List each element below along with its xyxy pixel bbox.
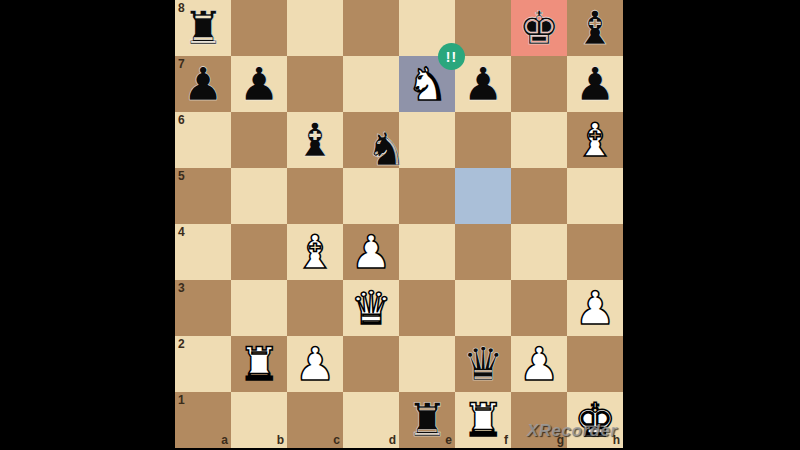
black-queen[interactable]: ♛ [455, 336, 511, 392]
file-label-c: c [333, 433, 340, 447]
square-b1[interactable]: b [231, 392, 287, 448]
black-bishop[interactable]: ♝ [567, 0, 623, 56]
black-pawn[interactable]: ♟ [231, 56, 287, 112]
file-label-a: a [221, 433, 228, 447]
square-a1[interactable]: 1a [175, 392, 231, 448]
file-label-d: d [389, 433, 396, 447]
file-label-e: e [445, 433, 452, 447]
chess-board: 8♜♚♝7♟♟♞♟♟6♝♞♝54♝♟3♛♟2♜♟♛♟1abcde♜f♜gh♚!! [175, 0, 623, 448]
rank-label-6: 6 [178, 113, 185, 127]
square-g8[interactable]: ♚ [511, 0, 567, 56]
black-pawn[interactable]: ♟ [567, 56, 623, 112]
square-f5[interactable] [455, 168, 511, 224]
square-h6[interactable]: ♝ [567, 112, 623, 168]
white-rook[interactable]: ♜ [455, 392, 511, 448]
square-f7[interactable]: ♟ [455, 56, 511, 112]
square-a4[interactable]: 4 [175, 224, 231, 280]
square-c6[interactable]: ♝ [287, 112, 343, 168]
white-bishop[interactable]: ♝ [567, 112, 623, 168]
square-b2[interactable]: ♜ [231, 336, 287, 392]
square-h3[interactable]: ♟ [567, 280, 623, 336]
square-d6[interactable]: ♞ [343, 112, 399, 168]
square-g4[interactable] [511, 224, 567, 280]
white-bishop[interactable]: ♝ [287, 224, 343, 280]
square-a6[interactable]: 6 [175, 112, 231, 168]
square-b7[interactable]: ♟ [231, 56, 287, 112]
square-g7[interactable] [511, 56, 567, 112]
square-f4[interactable] [455, 224, 511, 280]
brilliant-move-badge: !! [438, 43, 465, 70]
square-g2[interactable]: ♟ [511, 336, 567, 392]
white-pawn[interactable]: ♟ [287, 336, 343, 392]
white-rook[interactable]: ♜ [231, 336, 287, 392]
square-a7[interactable]: 7♟ [175, 56, 231, 112]
black-bishop[interactable]: ♝ [287, 112, 343, 168]
square-d2[interactable] [343, 336, 399, 392]
black-knight[interactable]: ♞ [358, 121, 414, 177]
rank-label-4: 4 [178, 225, 185, 239]
black-pawn[interactable]: ♟ [455, 56, 511, 112]
square-h5[interactable] [567, 168, 623, 224]
square-d8[interactable] [343, 0, 399, 56]
square-c7[interactable] [287, 56, 343, 112]
square-h7[interactable]: ♟ [567, 56, 623, 112]
square-f3[interactable] [455, 280, 511, 336]
square-d4[interactable]: ♟ [343, 224, 399, 280]
square-b6[interactable] [231, 112, 287, 168]
square-a5[interactable]: 5 [175, 168, 231, 224]
square-c8[interactable] [287, 0, 343, 56]
square-e1[interactable]: e♜ [399, 392, 455, 448]
rank-label-8: 8 [178, 1, 185, 15]
square-a8[interactable]: 8♜ [175, 0, 231, 56]
white-pawn[interactable]: ♟ [511, 336, 567, 392]
square-c3[interactable] [287, 280, 343, 336]
file-label-f: f [504, 433, 508, 447]
square-e4[interactable] [399, 224, 455, 280]
square-f2[interactable]: ♛ [455, 336, 511, 392]
square-a2[interactable]: 2 [175, 336, 231, 392]
square-g5[interactable] [511, 168, 567, 224]
square-f6[interactable] [455, 112, 511, 168]
square-h2[interactable] [567, 336, 623, 392]
square-d1[interactable]: d [343, 392, 399, 448]
rank-label-7: 7 [178, 57, 185, 71]
square-d7[interactable] [343, 56, 399, 112]
square-b8[interactable] [231, 0, 287, 56]
square-g6[interactable] [511, 112, 567, 168]
square-g3[interactable] [511, 280, 567, 336]
square-h8[interactable]: ♝ [567, 0, 623, 56]
square-b5[interactable] [231, 168, 287, 224]
file-label-b: b [277, 433, 284, 447]
black-king[interactable]: ♚ [511, 0, 567, 56]
rank-label-5: 5 [178, 169, 185, 183]
screen-recorder-watermark: XRecorder [527, 421, 617, 441]
screenshot-stage: 8♜♚♝7♟♟♞♟♟6♝♞♝54♝♟3♛♟2♜♟♛♟1abcde♜f♜gh♚!!… [0, 0, 800, 450]
square-c2[interactable]: ♟ [287, 336, 343, 392]
square-c1[interactable]: c [287, 392, 343, 448]
white-pawn[interactable]: ♟ [567, 280, 623, 336]
white-queen[interactable]: ♛ [343, 280, 399, 336]
square-b4[interactable] [231, 224, 287, 280]
white-pawn[interactable]: ♟ [343, 224, 399, 280]
square-e3[interactable] [399, 280, 455, 336]
square-h4[interactable] [567, 224, 623, 280]
square-f8[interactable] [455, 0, 511, 56]
square-e2[interactable] [399, 336, 455, 392]
square-f1[interactable]: f♜ [455, 392, 511, 448]
square-c5[interactable] [287, 168, 343, 224]
rank-label-3: 3 [178, 281, 185, 295]
square-d3[interactable]: ♛ [343, 280, 399, 336]
square-a3[interactable]: 3 [175, 280, 231, 336]
square-b3[interactable] [231, 280, 287, 336]
rank-label-1: 1 [178, 393, 185, 407]
rank-label-2: 2 [178, 337, 185, 351]
square-c4[interactable]: ♝ [287, 224, 343, 280]
